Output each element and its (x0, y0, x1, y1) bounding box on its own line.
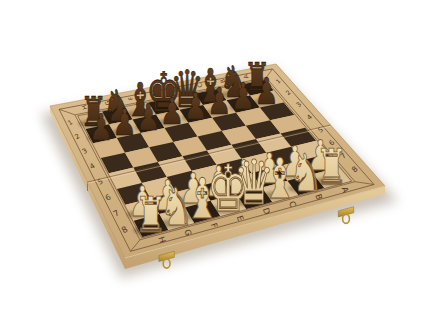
chess-set-photo: H H G G F F E E D D C C B B A A 1 1 2 2 … (0, 0, 423, 318)
photo-canvas: H H G G F F E E D D C C B B A A 1 1 2 2 … (0, 0, 423, 318)
piece-black-pawn-H2: ♟ (89, 106, 113, 149)
piece-white-rook-A8: ♜ (315, 138, 348, 195)
piece-black-pawn-G2: ♟ (113, 100, 137, 143)
piece-black-pawn-C2: ♟ (207, 80, 231, 123)
piece-black-pawn-F2: ♟ (136, 95, 160, 138)
piece-black-pawn-E2: ♟ (160, 90, 184, 133)
piece-black-pawn-B2: ♟ (231, 75, 255, 118)
piece-black-pawn-D2: ♟ (184, 85, 208, 128)
piece-black-pawn-A2: ♟ (255, 70, 279, 113)
